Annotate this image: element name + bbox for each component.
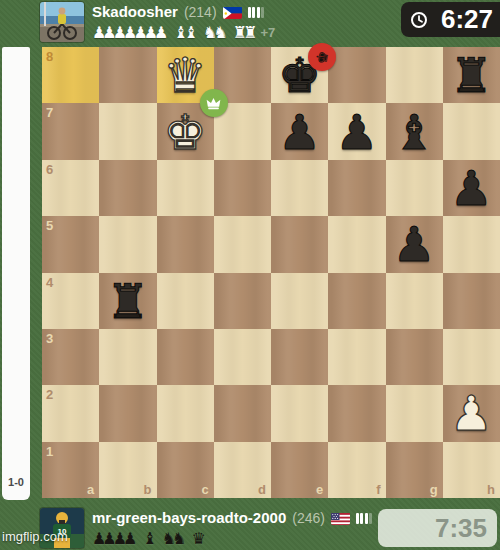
captured-pieces-group: ♟♟♟♟♟♟♟ — [92, 24, 164, 42]
clock-icon — [410, 11, 428, 29]
file-label-e: e — [316, 483, 323, 496]
square-a4[interactable]: 4 — [42, 273, 99, 329]
file-label-b: b — [144, 483, 152, 496]
square-g2[interactable] — [386, 385, 443, 441]
top-player-bar: Skadoosher (214) ♟♟♟♟♟♟♟♝♝♞♞♜♜ +7 6:27 — [0, 0, 500, 47]
square-f2[interactable] — [328, 385, 385, 441]
captured-pieces-group: ♟♟♟♟ — [92, 530, 133, 548]
square-h2[interactable]: ♟ — [443, 385, 500, 441]
rank-label-5: 5 — [46, 219, 53, 232]
piece-black-P-g5[interactable]: ♟ — [393, 217, 436, 271]
file-label-h: h — [487, 483, 495, 496]
square-b4[interactable]: ♜ — [99, 273, 156, 329]
bottom-player-clock: 7:35 — [378, 509, 497, 547]
square-b7[interactable] — [99, 103, 156, 159]
piece-black-R-b4[interactable]: ♜ — [106, 274, 149, 328]
square-g1[interactable]: g — [386, 442, 443, 498]
square-g5[interactable]: ♟ — [386, 216, 443, 272]
square-b8[interactable] — [99, 47, 156, 103]
square-a3[interactable]: 3 — [42, 329, 99, 385]
united-states-flag-icon — [331, 512, 350, 525]
bottom-clock-time: 7:35 — [435, 513, 487, 544]
square-h3[interactable] — [443, 329, 500, 385]
square-c2[interactable] — [157, 385, 214, 441]
material-advantage: +7 — [260, 25, 275, 40]
bottom-captured-pieces: ♟♟♟♟♝♞♞♛ — [92, 529, 372, 548]
square-e3[interactable] — [271, 329, 328, 385]
bottom-player-bar: 10 mr-green-bays-roadto-2000 (246) — [0, 503, 500, 550]
square-e1[interactable]: e — [271, 442, 328, 498]
piece-black-P-e7[interactable]: ♟ — [278, 105, 321, 159]
square-c1[interactable]: c — [157, 442, 214, 498]
piece-white-P-h2[interactable]: ♟ — [450, 386, 493, 440]
square-e4[interactable] — [271, 273, 328, 329]
connection-bars-icon — [356, 512, 373, 524]
file-label-d: d — [258, 483, 266, 496]
square-b1[interactable]: b — [99, 442, 156, 498]
square-d1[interactable]: d — [214, 442, 271, 498]
square-f7[interactable]: ♟ — [328, 103, 385, 159]
square-h8[interactable]: ♜ — [443, 47, 500, 103]
square-f3[interactable] — [328, 329, 385, 385]
rank-label-2: 2 — [46, 388, 53, 401]
square-b3[interactable] — [99, 329, 156, 385]
square-d3[interactable] — [214, 329, 271, 385]
square-a6[interactable]: 6 — [42, 160, 99, 216]
captured-pieces-group: ♛ — [191, 530, 201, 548]
piece-black-B-g7[interactable]: ♝ — [393, 105, 436, 159]
file-label-a: a — [87, 483, 94, 496]
top-captured-pieces: ♟♟♟♟♟♟♟♝♝♞♞♜♜ +7 — [92, 23, 275, 42]
square-c3[interactable] — [157, 329, 214, 385]
piece-white-Q-c8[interactable]: ♛ — [164, 48, 207, 102]
square-a7[interactable]: 7 — [42, 103, 99, 159]
square-a2[interactable]: 2 — [42, 385, 99, 441]
square-g6[interactable] — [386, 160, 443, 216]
rank-label-4: 4 — [46, 276, 53, 289]
chess-board: 8♛♚♜7♚♟♟♝6♟5♟4♜32♟1abcdefgh♚ — [42, 47, 500, 498]
captured-pieces-group: ♝♝ — [173, 24, 194, 42]
imgflip-watermark: imgflip.com — [2, 529, 68, 544]
square-h6[interactable]: ♟ — [443, 160, 500, 216]
square-d5[interactable] — [214, 216, 271, 272]
piece-black-R-h8[interactable]: ♜ — [450, 48, 493, 102]
captured-pieces-group: ♞♞ — [203, 24, 224, 42]
bottom-player-name[interactable]: mr-green-bays-roadto-2000 — [92, 509, 286, 527]
square-g4[interactable] — [386, 273, 443, 329]
square-a1[interactable]: 1a — [42, 442, 99, 498]
top-player-name[interactable]: Skadoosher — [92, 3, 178, 21]
square-b5[interactable] — [99, 216, 156, 272]
winner-crown-badge — [200, 89, 228, 117]
square-d4[interactable] — [214, 273, 271, 329]
rank-label-1: 1 — [46, 445, 53, 458]
top-player-avatar[interactable] — [40, 2, 84, 42]
square-e2[interactable] — [271, 385, 328, 441]
square-c6[interactable] — [157, 160, 214, 216]
square-h5[interactable] — [443, 216, 500, 272]
file-label-g: g — [430, 483, 438, 496]
piece-white-K-c7[interactable]: ♚ — [164, 105, 207, 159]
square-f4[interactable] — [328, 273, 385, 329]
fallen-king-icon: ♚ — [314, 49, 331, 65]
square-f5[interactable] — [328, 216, 385, 272]
square-a5[interactable]: 5 — [42, 216, 99, 272]
square-c5[interactable] — [157, 216, 214, 272]
square-g8[interactable] — [386, 47, 443, 103]
philippines-flag-icon — [223, 6, 242, 19]
square-b2[interactable] — [99, 385, 156, 441]
captured-pieces-group: ♝ — [142, 530, 152, 548]
top-player-rating: (214) — [184, 4, 217, 20]
square-c4[interactable] — [157, 273, 214, 329]
rank-label-6: 6 — [46, 163, 53, 176]
square-e7[interactable]: ♟ — [271, 103, 328, 159]
square-h1[interactable]: h — [443, 442, 500, 498]
result-strip: 1-0 — [2, 47, 30, 500]
square-e6[interactable] — [271, 160, 328, 216]
piece-black-P-h6[interactable]: ♟ — [450, 161, 493, 215]
piece-black-P-f7[interactable]: ♟ — [335, 105, 378, 159]
square-g7[interactable]: ♝ — [386, 103, 443, 159]
captured-pieces-group: ♜♜ — [233, 24, 254, 42]
rank-label-7: 7 — [46, 106, 53, 119]
square-d2[interactable] — [214, 385, 271, 441]
bottom-player-rating: (246) — [292, 510, 325, 526]
connection-bars-icon — [248, 6, 265, 18]
square-e5[interactable] — [271, 216, 328, 272]
beach-avatar-image — [40, 2, 84, 42]
square-f1[interactable]: f — [328, 442, 385, 498]
top-player-clock: 6:27 — [401, 2, 500, 37]
square-g3[interactable] — [386, 329, 443, 385]
rank-label-3: 3 — [46, 332, 53, 345]
square-b6[interactable] — [99, 160, 156, 216]
file-label-c: c — [202, 483, 209, 496]
square-f8[interactable] — [328, 47, 385, 103]
square-a8[interactable]: 8 — [42, 47, 99, 103]
top-clock-time: 6:27 — [441, 4, 493, 35]
square-f6[interactable] — [328, 160, 385, 216]
square-d6[interactable] — [214, 160, 271, 216]
rank-label-8: 8 — [46, 50, 53, 63]
file-label-f: f — [376, 483, 380, 496]
captured-pieces-group: ♞♞ — [162, 530, 183, 548]
square-h7[interactable] — [443, 103, 500, 159]
square-h4[interactable] — [443, 273, 500, 329]
crown-icon — [206, 97, 221, 110]
game-result: 1-0 — [2, 476, 30, 488]
